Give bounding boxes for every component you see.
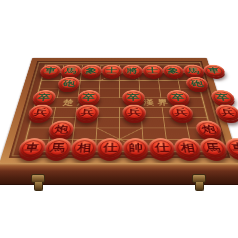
- board-intersection: 兵: [122, 105, 146, 121]
- piece-green-chariot[interactable]: 車: [38, 65, 61, 77]
- piece-green-chariot[interactable]: 車: [202, 65, 226, 77]
- board-intersection: [144, 90, 168, 105]
- piece-green-cannon[interactable]: 砲: [56, 77, 80, 90]
- board-intersection: 士: [142, 65, 164, 77]
- board-intersection: 卒: [209, 90, 236, 105]
- piece-green-soldier[interactable]: 卒: [209, 90, 236, 105]
- piece-character: 馬: [204, 143, 221, 153]
- piece-red-horse[interactable]: 馬: [43, 138, 72, 158]
- board-intersection: [35, 77, 59, 90]
- board-intersection: [205, 77, 231, 90]
- piece-green-soldier[interactable]: 卒: [76, 90, 100, 105]
- board-intersection: 兵: [213, 105, 238, 121]
- piece-character: 卒: [171, 94, 185, 102]
- piece-red-soldier[interactable]: 兵: [26, 105, 53, 121]
- xiangqi-set-photo: 楚 河 漢 界 車馬象士將士象馬車砲砲卒卒卒卒卒兵兵兵兵兵炮炮車馬相仕帥仕相馬車: [0, 0, 238, 238]
- piece-character: 車: [44, 68, 57, 74]
- board-intersection: 炮: [47, 121, 75, 139]
- piece-character: 車: [207, 68, 220, 74]
- board-intersection: 相: [69, 138, 97, 158]
- piece-red-advisor[interactable]: 仕: [147, 138, 175, 158]
- board-intersection: [53, 90, 78, 105]
- board-intersection: 卒: [122, 90, 145, 105]
- piece-red-advisor[interactable]: 仕: [96, 138, 123, 158]
- piece-green-soldier[interactable]: 卒: [31, 90, 57, 105]
- piece-red-soldier[interactable]: 兵: [74, 105, 99, 121]
- piece-red-cannon[interactable]: 炮: [47, 121, 75, 139]
- piece-red-elephant[interactable]: 相: [69, 138, 97, 158]
- board-intersection: 兵: [74, 105, 99, 121]
- board-intersection: 馬: [43, 138, 72, 158]
- board-intersection: 砲: [56, 77, 80, 90]
- piece-character: 相: [179, 143, 195, 153]
- board-intersection: 卒: [165, 90, 190, 105]
- board-intersection: 仕: [147, 138, 175, 158]
- piece-character: 車: [23, 143, 40, 153]
- board-intersection: 象: [162, 65, 185, 77]
- board-playing-field: 楚 河 漢 界 車馬象士將士象馬車砲砲卒卒卒卒卒兵兵兵兵兵炮炮車馬相仕帥仕相馬車: [8, 61, 229, 158]
- brass-clasp-right-tongue: [195, 182, 204, 191]
- piece-character: 帥: [128, 143, 143, 153]
- piece-character: 炮: [53, 125, 68, 134]
- board-intersection: 象: [80, 65, 102, 77]
- piece-character: 馬: [187, 68, 200, 74]
- piece-character: 兵: [127, 108, 140, 116]
- board-intersection: [22, 121, 51, 139]
- piece-character: 馬: [50, 143, 66, 153]
- piece-red-soldier[interactable]: 兵: [168, 105, 194, 121]
- board-intersection: [122, 77, 144, 90]
- piece-character: 相: [76, 143, 91, 153]
- piece-character: 卒: [37, 94, 51, 102]
- piece-character: 卒: [127, 94, 140, 102]
- piece-character: 砲: [62, 80, 75, 87]
- board-intersection: 馬: [182, 65, 206, 77]
- piece-green-soldier[interactable]: 卒: [122, 90, 145, 105]
- board-intersection: [97, 121, 122, 139]
- board-intersection: [146, 121, 173, 139]
- piece-red-elephant[interactable]: 相: [173, 138, 202, 158]
- piece-green-horse[interactable]: 馬: [59, 65, 81, 77]
- piece-red-chariot[interactable]: 車: [16, 138, 47, 158]
- board-intersection: [122, 121, 147, 139]
- piece-character: 兵: [219, 108, 235, 116]
- board-intersection: 馬: [59, 65, 81, 77]
- piece-red-soldier[interactable]: 兵: [213, 105, 238, 121]
- board-intersection: 卒: [76, 90, 100, 105]
- board-intersection: [50, 105, 76, 121]
- board-intersection: 兵: [168, 105, 194, 121]
- piece-character: 砲: [190, 80, 204, 87]
- board-intersection: [98, 105, 122, 121]
- piece-character: 兵: [173, 108, 188, 116]
- board-intersection: 車: [38, 65, 61, 77]
- board-intersection: [72, 121, 98, 139]
- piece-character: 車: [230, 143, 238, 153]
- board-intersection: [143, 77, 166, 90]
- piece-green-soldier[interactable]: 卒: [165, 90, 190, 105]
- piece-green-horse[interactable]: 馬: [182, 65, 206, 77]
- piece-character: 炮: [200, 125, 216, 134]
- piece-character: 兵: [33, 108, 48, 116]
- piece-character: 士: [106, 68, 118, 74]
- board-intersection: 相: [173, 138, 202, 158]
- board-intersection: 將: [122, 65, 143, 77]
- piece-green-elephant[interactable]: 象: [162, 65, 185, 77]
- board-intersection: [170, 121, 198, 139]
- board-intersection: [145, 105, 170, 121]
- piece-character: 仕: [153, 143, 169, 153]
- piece-green-advisor[interactable]: 士: [142, 65, 164, 77]
- brass-clasp-left-tongue: [34, 182, 43, 191]
- piece-character: 卒: [82, 94, 95, 102]
- board-intersection: 卒: [31, 90, 57, 105]
- piece-green-general[interactable]: 將: [122, 65, 143, 77]
- piece-character: 馬: [64, 68, 76, 74]
- piece-character: 象: [167, 68, 180, 74]
- board-intersection: [78, 77, 101, 90]
- board-intersection: 車: [16, 138, 47, 158]
- board-intersection: [99, 90, 122, 105]
- piece-red-general[interactable]: 帥: [122, 138, 149, 158]
- piece-grid: 車馬象士將士象馬車砲砲卒卒卒卒卒兵兵兵兵兵炮炮車馬相仕帥仕相馬車: [18, 65, 220, 152]
- piece-character: 象: [85, 68, 97, 74]
- board-intersection: [100, 77, 122, 90]
- piece-character: 士: [146, 68, 158, 74]
- board-intersection: 帥: [122, 138, 149, 158]
- board-intersection: 兵: [26, 105, 53, 121]
- piece-character: 將: [126, 68, 138, 74]
- board-intersection: 士: [101, 65, 122, 77]
- piece-character: 仕: [102, 143, 117, 153]
- board-intersection: 仕: [96, 138, 123, 158]
- board-intersection: 車: [202, 65, 226, 77]
- piece-character: 卒: [215, 94, 230, 102]
- board-intersection: [163, 77, 187, 90]
- piece-green-elephant[interactable]: 象: [80, 65, 102, 77]
- piece-character: 兵: [80, 108, 94, 116]
- piece-red-soldier[interactable]: 兵: [122, 105, 146, 121]
- xiangqi-board: 楚 河 漢 界 車馬象士將士象馬車砲砲卒卒卒卒卒兵兵兵兵兵炮炮車馬相仕帥仕相馬車: [0, 58, 238, 164]
- piece-green-advisor[interactable]: 士: [101, 65, 122, 77]
